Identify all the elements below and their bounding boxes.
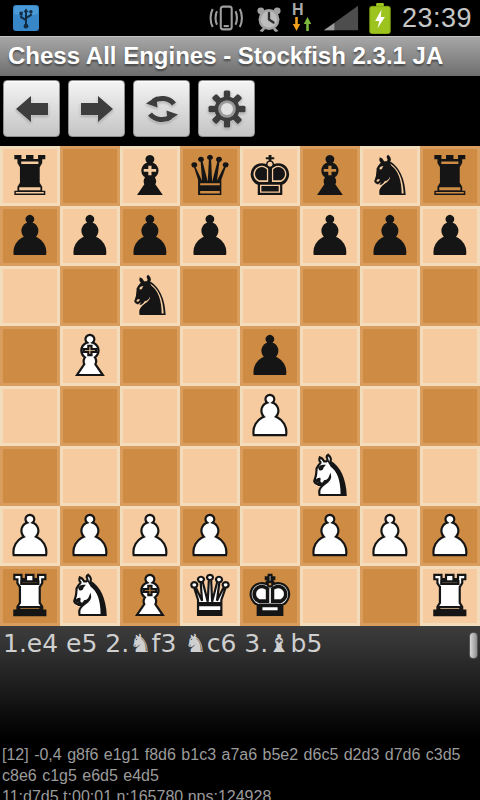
forward-button[interactable] [68,80,125,137]
piece-white-knight[interactable]: ♞ [65,566,114,626]
piece-black-rook[interactable]: ♜ [425,146,474,206]
piece-white-pawn[interactable]: ♟ [125,506,174,566]
square-c7[interactable]: ♟ [120,206,180,266]
square-e6[interactable] [240,266,300,326]
square-a2[interactable]: ♟ [0,506,60,566]
square-c3[interactable] [120,446,180,506]
piece-white-rook[interactable]: ♜ [425,566,474,626]
back-arrow-icon [12,89,52,129]
forward-arrow-icon [77,89,117,129]
square-b7[interactable]: ♟ [60,206,120,266]
square-d3[interactable] [180,446,240,506]
square-c8[interactable]: ♝ [120,146,180,206]
square-a5[interactable] [0,326,60,386]
square-d1[interactable]: ♛ [180,566,240,626]
piece-black-pawn[interactable]: ♟ [425,206,474,266]
piece-white-pawn[interactable]: ♟ [245,386,294,446]
square-g8[interactable]: ♞ [360,146,420,206]
square-b3[interactable] [60,446,120,506]
piece-white-queen[interactable]: ♛ [185,566,234,626]
piece-white-king[interactable]: ♚ [245,566,294,626]
piece-black-queen[interactable]: ♛ [185,146,234,206]
data-activity-arrows-icon [292,17,314,33]
settings-gear-icon [207,89,247,129]
engine-stats-line: 11:d7d5 t:00:01 n:165780 nps:124928 [2,786,478,800]
square-d8[interactable]: ♛ [180,146,240,206]
piece-white-bishop[interactable]: ♝ [125,566,174,626]
back-button[interactable] [3,80,60,137]
square-f2[interactable]: ♟ [300,506,360,566]
square-g6[interactable] [360,266,420,326]
move-list-panel[interactable]: 1.e4 e5 2.♞f3 ♞c6 3.♝b5 [0,626,480,741]
square-e7[interactable] [240,206,300,266]
square-g7[interactable]: ♟ [360,206,420,266]
settings-button[interactable] [198,80,255,137]
square-g1[interactable] [360,566,420,626]
piece-black-pawn[interactable]: ♟ [5,206,54,266]
piece-black-king[interactable]: ♚ [245,146,294,206]
square-h8[interactable]: ♜ [420,146,480,206]
square-d5[interactable] [180,326,240,386]
square-d2[interactable]: ♟ [180,506,240,566]
app-screen: H [0,0,480,800]
square-a3[interactable] [0,446,60,506]
square-e8[interactable]: ♚ [240,146,300,206]
move-list: 1.e4 e5 2.♞f3 ♞c6 3.♝b5 [0,626,480,658]
square-f1[interactable] [300,566,360,626]
square-h2[interactable]: ♟ [420,506,480,566]
square-a1[interactable]: ♜ [0,566,60,626]
swap-arrows-icon [142,89,182,129]
piece-black-knight[interactable]: ♞ [365,146,414,206]
usb-icon [13,5,39,31]
flip-board-button[interactable] [133,80,190,137]
square-b4[interactable] [60,386,120,446]
square-b5[interactable]: ♝ [60,326,120,386]
scrollbar-thumb[interactable] [469,632,478,659]
piece-black-pawn[interactable]: ♟ [245,326,294,386]
square-f8[interactable]: ♝ [300,146,360,206]
square-b1[interactable]: ♞ [60,566,120,626]
piece-white-pawn[interactable]: ♟ [5,506,54,566]
title-bar: Chess All Engines - Stockfish 2.3.1 JA [0,36,480,76]
square-c6[interactable]: ♞ [120,266,180,326]
square-e4[interactable]: ♟ [240,386,300,446]
hspa-network-icon: H [292,3,314,33]
square-a7[interactable]: ♟ [0,206,60,266]
piece-white-pawn[interactable]: ♟ [65,506,114,566]
square-h6[interactable] [420,266,480,326]
square-f5[interactable] [300,326,360,386]
square-b6[interactable] [60,266,120,326]
square-c1[interactable]: ♝ [120,566,180,626]
piece-white-pawn[interactable]: ♟ [425,506,474,566]
piece-white-bishop[interactable]: ♝ [65,326,114,386]
piece-white-pawn[interactable]: ♟ [365,506,414,566]
square-f6[interactable] [300,266,360,326]
square-f7[interactable]: ♟ [300,206,360,266]
square-h5[interactable] [420,326,480,386]
piece-black-knight[interactable]: ♞ [125,266,174,326]
toolbar [0,76,480,146]
square-c5[interactable] [120,326,180,386]
vibrate-icon [207,4,245,32]
square-e1[interactable]: ♚ [240,566,300,626]
square-e3[interactable] [240,446,300,506]
square-a4[interactable] [0,386,60,446]
piece-black-bishop[interactable]: ♝ [125,146,174,206]
clock: 23:39 [402,3,472,34]
piece-black-pawn[interactable]: ♟ [65,206,114,266]
piece-black-pawn[interactable]: ♟ [125,206,174,266]
square-b2[interactable]: ♟ [60,506,120,566]
square-e2[interactable] [240,506,300,566]
battery-charging-icon [368,3,392,34]
square-a8[interactable]: ♜ [0,146,60,206]
square-h1[interactable]: ♜ [420,566,480,626]
piece-white-pawn[interactable]: ♟ [305,506,354,566]
engine-output-panel: [12] -0,4 g8f6 e1g1 f8d6 b1c3 a7a6 b5e2 … [0,741,480,800]
square-d7[interactable]: ♟ [180,206,240,266]
square-e5[interactable]: ♟ [240,326,300,386]
square-f3[interactable]: ♞ [300,446,360,506]
status-bar: H [0,0,480,36]
square-c4[interactable] [120,386,180,446]
piece-white-pawn[interactable]: ♟ [185,506,234,566]
square-h4[interactable] [420,386,480,446]
engine-pv-line: [12] -0,4 g8f6 e1g1 f8d6 b1c3 a7a6 b5e2 … [2,744,478,786]
square-g3[interactable] [360,446,420,506]
piece-white-knight[interactable]: ♞ [305,446,354,506]
square-a6[interactable] [0,266,60,326]
square-h3[interactable] [420,446,480,506]
square-g4[interactable] [360,386,420,446]
piece-black-rook[interactable]: ♜ [5,146,54,206]
signal-strength-icon [323,4,359,32]
piece-white-rook[interactable]: ♜ [5,566,54,626]
piece-black-pawn[interactable]: ♟ [305,206,354,266]
piece-black-bishop[interactable]: ♝ [305,146,354,206]
square-g2[interactable]: ♟ [360,506,420,566]
chess-board: ♜♝♛♚♝♞♜♟♟♟♟♟♟♟♞♝♟♟♞♟♟♟♟♟♟♟♜♞♝♛♚♜ [0,146,480,626]
network-type-label: H [292,3,304,17]
square-f4[interactable] [300,386,360,446]
square-h7[interactable]: ♟ [420,206,480,266]
square-d6[interactable] [180,266,240,326]
alarm-clock-icon [254,3,284,33]
square-d4[interactable] [180,386,240,446]
square-c2[interactable]: ♟ [120,506,180,566]
square-b8[interactable] [60,146,120,206]
app-title: Chess All Engines - Stockfish 2.3.1 JA [8,42,443,70]
square-g5[interactable] [360,326,420,386]
piece-black-pawn[interactable]: ♟ [365,206,414,266]
piece-black-pawn[interactable]: ♟ [185,206,234,266]
